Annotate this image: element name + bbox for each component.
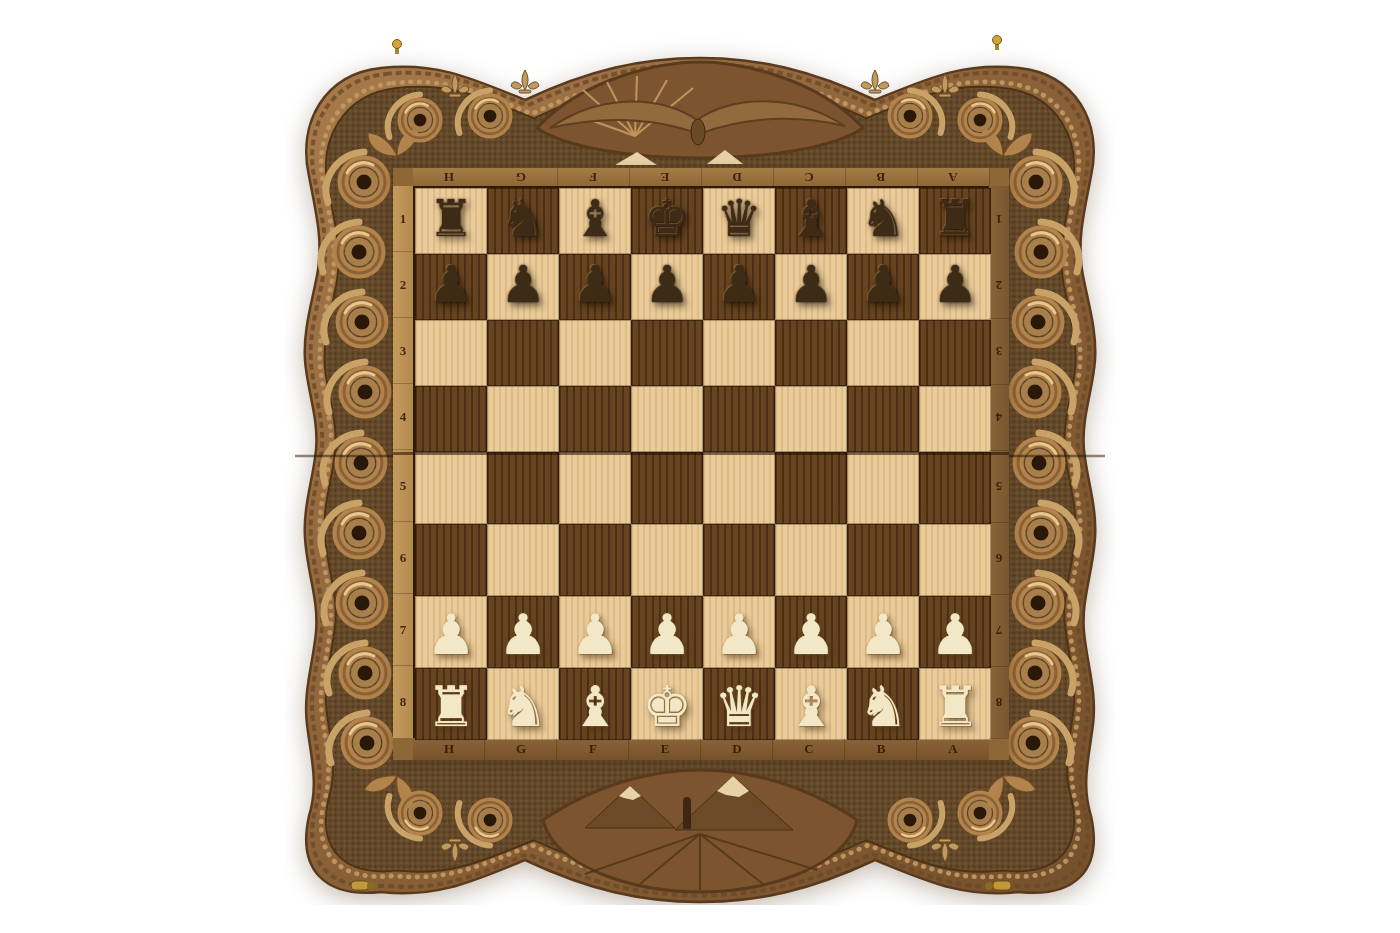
square-e8[interactable]: ♚ — [631, 668, 703, 740]
piece-light-pawn[interactable]: ♟ — [930, 607, 980, 663]
piece-light-pawn[interactable]: ♟ — [858, 607, 908, 663]
square-e2[interactable]: ♟ — [631, 254, 703, 320]
rank-label-right-6: 6 — [989, 522, 1009, 594]
rank-label-right-4: 4 — [989, 384, 1009, 450]
file-label-bottom-h: H — [413, 738, 485, 760]
square-g4[interactable] — [487, 386, 559, 452]
square-e5[interactable] — [631, 452, 703, 524]
file-label-bottom-a: A — [917, 738, 989, 760]
square-e3[interactable] — [631, 320, 703, 386]
hinge-pin-right — [993, 36, 1002, 51]
square-d3[interactable] — [703, 320, 775, 386]
rank-labels-left: 12345678 — [393, 186, 413, 738]
rank-label-right-8: 8 — [989, 666, 1009, 738]
rank-label-left-1: 1 — [393, 186, 413, 252]
board-corner — [989, 168, 1009, 186]
square-c6[interactable] — [775, 524, 847, 596]
piece-dark-pawn[interactable]: ♟ — [428, 259, 474, 310]
square-d2[interactable]: ♟ — [703, 254, 775, 320]
piece-light-knight[interactable]: ♞ — [858, 679, 908, 735]
hinge-pin-left — [393, 40, 402, 55]
piece-dark-rook[interactable]: ♜ — [932, 193, 978, 244]
square-a7[interactable]: ♟ — [919, 596, 991, 668]
rank-label-left-7: 7 — [393, 594, 413, 666]
square-d6[interactable] — [703, 524, 775, 596]
piece-dark-knight[interactable]: ♞ — [860, 193, 906, 244]
rank-label-left-4: 4 — [393, 384, 413, 450]
rank-label-right-2: 2 — [989, 252, 1009, 318]
square-a8[interactable]: ♜ — [919, 668, 991, 740]
square-c7[interactable]: ♟ — [775, 596, 847, 668]
square-f8[interactable]: ♝ — [559, 668, 631, 740]
square-a6[interactable] — [919, 524, 991, 596]
square-b3[interactable] — [847, 320, 919, 386]
square-f7[interactable]: ♟ — [559, 596, 631, 668]
rank-label-right-5: 5 — [989, 450, 1009, 522]
square-c4[interactable] — [775, 386, 847, 452]
square-h3[interactable] — [415, 320, 487, 386]
piece-light-bishop[interactable]: ♝ — [786, 679, 836, 735]
square-h1[interactable]: ♜ — [415, 188, 487, 254]
chessboard: HGFEDCBA 12345678 ♜♞♝♚♛♝♞♜♟♟♟♟♟♟♟♟♟♟♟♟♟♟… — [393, 168, 1009, 760]
square-b5[interactable] — [847, 452, 919, 524]
file-label-bottom-d: D — [701, 738, 773, 760]
square-h8[interactable]: ♜ — [415, 668, 487, 740]
piece-dark-king[interactable]: ♚ — [644, 193, 690, 244]
square-a3[interactable] — [919, 320, 991, 386]
piece-light-knight[interactable]: ♞ — [498, 679, 548, 735]
board-corner — [393, 168, 413, 186]
piece-dark-bishop[interactable]: ♝ — [572, 193, 618, 244]
file-label-top-d: D — [701, 168, 773, 186]
square-e7[interactable]: ♟ — [631, 596, 703, 668]
piece-light-rook[interactable]: ♜ — [426, 679, 476, 735]
square-e1[interactable]: ♚ — [631, 188, 703, 254]
rank-label-right-3: 3 — [989, 318, 1009, 384]
square-g2[interactable]: ♟ — [487, 254, 559, 320]
piece-light-rook[interactable]: ♜ — [930, 679, 980, 735]
piece-dark-pawn[interactable]: ♟ — [788, 259, 834, 310]
board-corner — [393, 738, 413, 760]
square-h6[interactable] — [415, 524, 487, 596]
file-label-bottom-g: G — [485, 738, 557, 760]
piece-dark-knight[interactable]: ♞ — [500, 193, 546, 244]
square-c1[interactable]: ♝ — [775, 188, 847, 254]
square-f6[interactable] — [559, 524, 631, 596]
rank-label-left-3: 3 — [393, 318, 413, 384]
square-b8[interactable]: ♞ — [847, 668, 919, 740]
square-d5[interactable] — [703, 452, 775, 524]
piece-light-pawn[interactable]: ♟ — [642, 607, 692, 663]
rank-label-right-1: 1 — [989, 186, 1009, 252]
square-f5[interactable] — [559, 452, 631, 524]
piece-dark-rook[interactable]: ♜ — [428, 193, 474, 244]
file-labels-bottom: HGFEDCBA — [413, 738, 989, 760]
square-g6[interactable] — [487, 524, 559, 596]
file-label-top-h: H — [413, 168, 485, 186]
square-e4[interactable] — [631, 386, 703, 452]
square-f3[interactable] — [559, 320, 631, 386]
piece-light-bishop[interactable]: ♝ — [570, 679, 620, 735]
square-g8[interactable]: ♞ — [487, 668, 559, 740]
square-h2[interactable]: ♟ — [415, 254, 487, 320]
piece-light-pawn[interactable]: ♟ — [570, 607, 620, 663]
file-label-top-b: B — [845, 168, 917, 186]
piece-dark-pawn[interactable]: ♟ — [644, 259, 690, 310]
file-label-top-c: C — [773, 168, 845, 186]
rank-label-left-2: 2 — [393, 252, 413, 318]
square-e6[interactable] — [631, 524, 703, 596]
square-a5[interactable] — [919, 452, 991, 524]
square-b6[interactable] — [847, 524, 919, 596]
square-a1[interactable]: ♜ — [919, 188, 991, 254]
piece-light-pawn[interactable]: ♟ — [498, 607, 548, 663]
rank-labels-right: 12345678 — [989, 186, 1009, 738]
square-g5[interactable] — [487, 452, 559, 524]
square-a4[interactable] — [919, 386, 991, 452]
square-d4[interactable] — [703, 386, 775, 452]
piece-dark-bishop[interactable]: ♝ — [788, 193, 834, 244]
square-f2[interactable]: ♟ — [559, 254, 631, 320]
file-label-top-e: E — [629, 168, 701, 186]
clasp-left — [351, 881, 375, 890]
piece-light-pawn[interactable]: ♟ — [786, 607, 836, 663]
file-label-bottom-e: E — [629, 738, 701, 760]
rank-label-left-8: 8 — [393, 666, 413, 738]
file-label-bottom-f: F — [557, 738, 629, 760]
rank-label-left-6: 6 — [393, 522, 413, 594]
rank-label-left-5: 5 — [393, 450, 413, 522]
photo-background: { "game": "chess", "position": "RNBQKBNR… — [0, 0, 1400, 933]
carved-chess-box: HGFEDCBA 12345678 ♜♞♝♚♛♝♞♜♟♟♟♟♟♟♟♟♟♟♟♟♟♟… — [285, 28, 1115, 905]
square-b4[interactable] — [847, 386, 919, 452]
square-h4[interactable] — [415, 386, 487, 452]
square-b2[interactable]: ♟ — [847, 254, 919, 320]
rank-label-right-7: 7 — [989, 594, 1009, 666]
square-f4[interactable] — [559, 386, 631, 452]
square-g3[interactable] — [487, 320, 559, 386]
square-g7[interactable]: ♟ — [487, 596, 559, 668]
square-c3[interactable] — [775, 320, 847, 386]
file-labels-top: HGFEDCBA — [413, 168, 989, 186]
square-d1[interactable]: ♛ — [703, 188, 775, 254]
piece-dark-queen[interactable]: ♛ — [716, 193, 762, 244]
clasp-right — [985, 881, 1011, 890]
piece-dark-pawn[interactable]: ♟ — [500, 259, 546, 310]
file-label-bottom-c: C — [773, 738, 845, 760]
square-a2[interactable]: ♟ — [919, 254, 991, 320]
piece-dark-pawn[interactable]: ♟ — [716, 259, 762, 310]
piece-light-pawn[interactable]: ♟ — [714, 607, 764, 663]
piece-dark-pawn[interactable]: ♟ — [932, 259, 978, 310]
square-d8[interactable]: ♛ — [703, 668, 775, 740]
piece-light-pawn[interactable]: ♟ — [426, 607, 476, 663]
piece-light-king[interactable]: ♚ — [642, 679, 692, 735]
board-squares: ♜♞♝♚♛♝♞♜♟♟♟♟♟♟♟♟♟♟♟♟♟♟♟♟♜♞♝♚♛♝♞♜ — [413, 186, 989, 738]
file-label-top-f: F — [557, 168, 629, 186]
file-label-bottom-b: B — [845, 738, 917, 760]
file-label-top-a: A — [917, 168, 989, 186]
file-label-top-g: G — [485, 168, 557, 186]
square-h5[interactable] — [415, 452, 487, 524]
piece-dark-pawn[interactable]: ♟ — [860, 259, 906, 310]
square-b7[interactable]: ♟ — [847, 596, 919, 668]
square-h7[interactable]: ♟ — [415, 596, 487, 668]
square-g1[interactable]: ♞ — [487, 188, 559, 254]
square-c5[interactable] — [775, 452, 847, 524]
square-f1[interactable]: ♝ — [559, 188, 631, 254]
square-c2[interactable]: ♟ — [775, 254, 847, 320]
board-corner — [989, 738, 1009, 760]
square-d7[interactable]: ♟ — [703, 596, 775, 668]
piece-dark-pawn[interactable]: ♟ — [572, 259, 618, 310]
square-c8[interactable]: ♝ — [775, 668, 847, 740]
square-b1[interactable]: ♞ — [847, 188, 919, 254]
piece-light-queen[interactable]: ♛ — [714, 679, 764, 735]
